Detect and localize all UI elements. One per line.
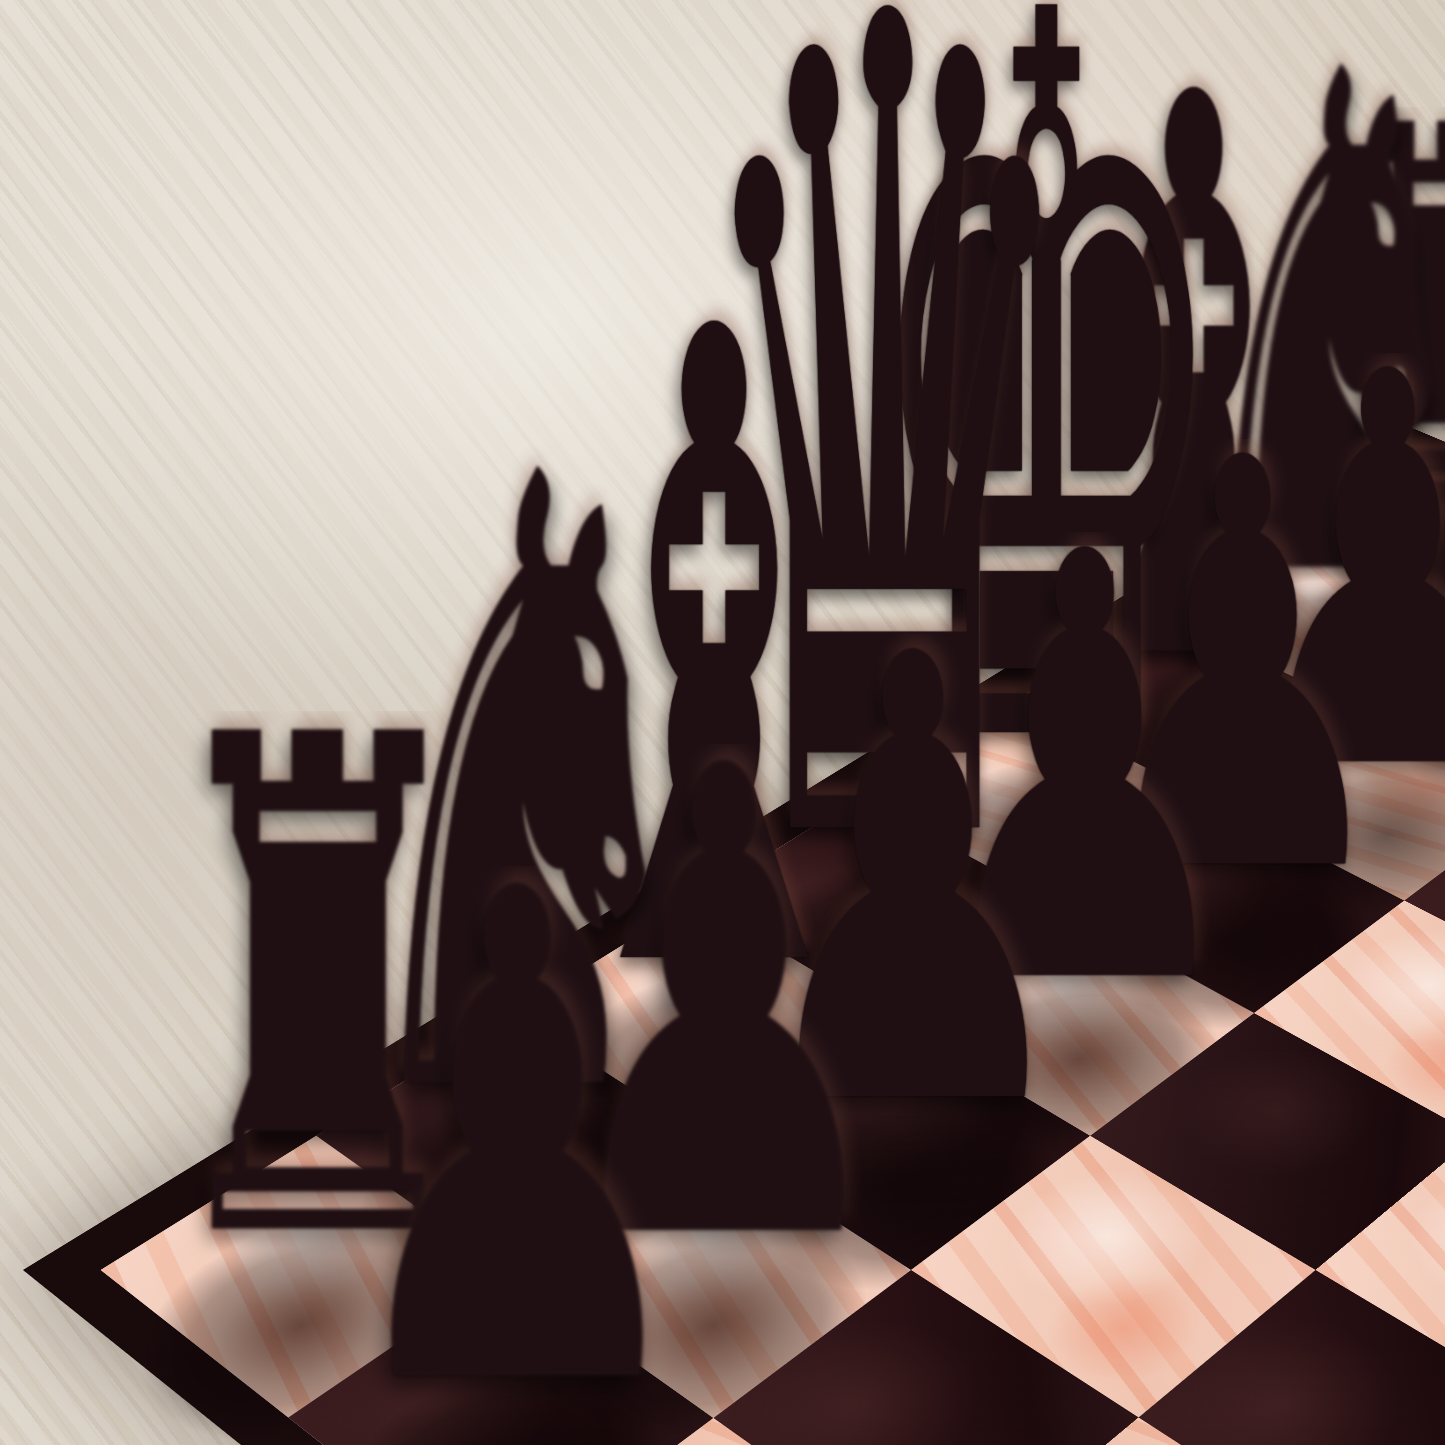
perspective-scene: ♜♞♝♛♚♝♞♜♟♟♟♟♟♟♟♟ [0, 0, 1445, 1445]
chess-board: ♜♞♝♛♚♝♞♜♟♟♟♟♟♟♟♟ [23, 424, 1445, 1445]
square-a7[interactable]: ♟ [288, 1270, 713, 1445]
piece-dark-pawn-a7[interactable]: ♟ [215, 867, 819, 1420]
photo-stage: ♜♞♝♛♚♝♞♜♟♟♟♟♟♟♟♟ [0, 0, 1445, 1445]
pawn-glyph: ♟ [330, 867, 705, 1420]
